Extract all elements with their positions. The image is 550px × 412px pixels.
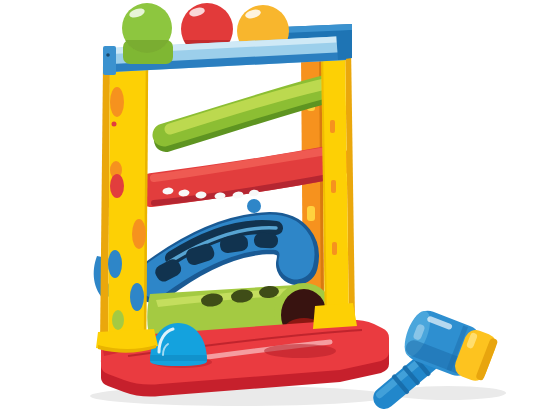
post-cutout-dot (112, 122, 117, 127)
post-cutout-green (112, 310, 124, 330)
post-cutout-blue (130, 283, 144, 311)
right-post-flange (313, 303, 357, 329)
ball-green (122, 3, 173, 64)
base-arch-reflection (264, 344, 336, 358)
post-cutout-orange (132, 219, 146, 249)
panel-slot (307, 206, 315, 221)
post-cutout-red (110, 174, 124, 198)
front-rail-left-cap (103, 46, 116, 75)
front-rail-cap-hole (106, 53, 110, 57)
right-post-slot (331, 180, 336, 193)
post-cutout-orange (110, 87, 124, 117)
right-post-slot (332, 242, 337, 255)
ramp-blue-knob (247, 199, 261, 213)
post-cutout-blue (108, 250, 122, 278)
ramp-blue-cutout (254, 233, 279, 249)
front-rail-right-block (336, 30, 352, 60)
toy-product-photo (0, 0, 550, 412)
right-post-slot (330, 120, 335, 133)
